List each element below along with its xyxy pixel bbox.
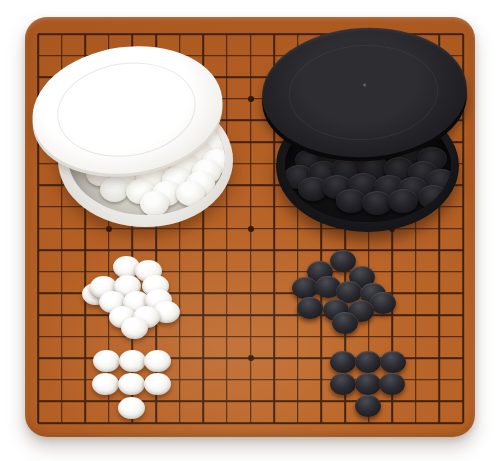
black-go-stone bbox=[297, 297, 323, 319]
white-go-stone-in-bowl bbox=[100, 177, 129, 202]
black-go-stone bbox=[355, 395, 381, 417]
hoshi-star-point bbox=[248, 96, 254, 102]
black-go-stone bbox=[330, 373, 356, 395]
grid-line-horizontal bbox=[38, 422, 463, 424]
black-go-stone bbox=[355, 373, 381, 395]
black-go-stone bbox=[330, 351, 356, 373]
white-go-stone-in-bowl bbox=[140, 191, 169, 216]
white-go-stone bbox=[144, 373, 171, 395]
grid-line-horizontal bbox=[38, 249, 463, 251]
white-go-stone bbox=[118, 373, 145, 395]
black-go-stone bbox=[380, 351, 406, 373]
hoshi-star-point bbox=[248, 226, 254, 232]
grid-line-horizontal bbox=[38, 401, 463, 403]
grid-line-horizontal bbox=[38, 314, 463, 316]
black-go-stone bbox=[355, 351, 381, 373]
white-stone-bowl bbox=[48, 40, 248, 240]
black-go-stone-in-bowl bbox=[388, 189, 418, 213]
white-go-stone bbox=[144, 350, 171, 372]
grid-line-horizontal bbox=[38, 336, 463, 338]
grid-line-horizontal bbox=[38, 271, 463, 273]
hoshi-star-point bbox=[248, 355, 254, 361]
black-go-stone bbox=[379, 373, 405, 395]
go-set-product-photo bbox=[0, 0, 500, 461]
white-go-stone bbox=[121, 317, 148, 339]
black-go-stone bbox=[332, 312, 358, 334]
white-go-stone bbox=[93, 350, 120, 372]
white-go-stone bbox=[92, 373, 119, 395]
white-go-stone bbox=[118, 397, 145, 419]
black-stone-bowl bbox=[258, 22, 474, 234]
white-go-stone bbox=[119, 350, 146, 372]
lid-center-dot bbox=[363, 83, 366, 86]
